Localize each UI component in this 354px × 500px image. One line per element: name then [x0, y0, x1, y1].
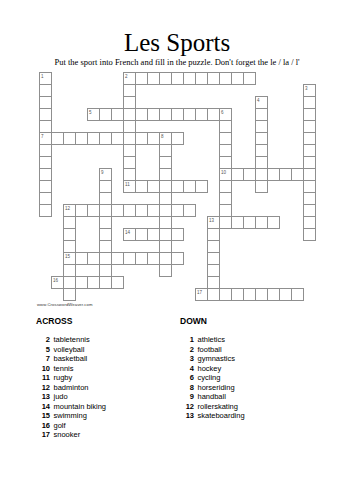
clue-item: 9handball [180, 392, 325, 402]
clue-item-text: skateboarding [198, 411, 245, 421]
clue-item-text: handball [198, 392, 226, 402]
clue-number: 9 [101, 170, 104, 175]
clue-item: 10tennis [36, 364, 171, 374]
clue-item: 5volleyball [36, 345, 171, 355]
clue-item-text: cycling [198, 373, 221, 383]
clue-item: 12rollerskating [180, 402, 325, 412]
clue-item-text: athletics [198, 335, 226, 345]
clue-item: 13judo [36, 392, 171, 402]
clue-number: 8 [161, 134, 164, 139]
crossword-cell[interactable] [171, 132, 184, 145]
crossword-cell[interactable] [303, 228, 316, 241]
clue-number: 6 [221, 110, 224, 115]
clue-item-number: 3 [180, 354, 194, 364]
clue-item-number: 8 [180, 383, 194, 393]
clue-item-text: gymnastics [198, 354, 236, 364]
clue-number: 13 [209, 218, 214, 223]
clue-item-number: 2 [36, 335, 50, 345]
clue-item-number: 12 [180, 402, 194, 412]
clue-item-text: snooker [54, 430, 81, 440]
crossword-cell[interactable] [171, 252, 184, 265]
crossword-cell[interactable] [39, 204, 52, 217]
clue-item: 4hockey [180, 364, 325, 374]
clue-item-text: basketball [54, 354, 88, 364]
clue-item-number: 15 [36, 411, 50, 421]
clue-item: 2tabletennis [36, 335, 171, 345]
across-heading: ACROSS [36, 316, 171, 326]
down-clues-section: DOWN 1athletics2football3gymnastics4hock… [180, 316, 325, 421]
clue-item-number: 2 [180, 345, 194, 355]
crossword-cell[interactable] [291, 288, 304, 301]
clue-item-text: golf [54, 421, 66, 431]
crossword-cell[interactable] [171, 228, 184, 241]
across-clues-section: ACROSS 2tabletennis5volleyball7basketbal… [36, 316, 171, 440]
clue-item-number: 7 [36, 354, 50, 364]
clue-item-number: 11 [36, 373, 50, 383]
clue-item-number: 13 [36, 392, 50, 402]
clue-number: 12 [65, 206, 70, 211]
clue-item-number: 12 [36, 383, 50, 393]
clue-number: 14 [125, 230, 130, 235]
clue-item: 3gymnastics [180, 354, 325, 364]
page-subtitle: Put the sport into French and fill in th… [0, 57, 354, 67]
clue-item-text: mountain biking [54, 402, 107, 412]
clue-item-text: football [198, 345, 222, 355]
clue-item-number: 10 [36, 364, 50, 374]
clue-item: 15swimming [36, 411, 171, 421]
clue-number: 17 [197, 290, 202, 295]
across-clue-list: 2tabletennis5volleyball7basketball10tenn… [36, 335, 171, 440]
clue-item-text: rollerskating [198, 402, 238, 412]
clue-number: 10 [221, 170, 226, 175]
clue-item-number: 13 [180, 411, 194, 421]
worksheet-page: Les Sports Put the sport into French and… [0, 0, 354, 500]
clue-item: 12badminton [36, 383, 171, 393]
clue-item-number: 9 [180, 392, 194, 402]
clue-item-number: 16 [36, 421, 50, 431]
clue-item-text: tabletennis [54, 335, 90, 345]
clue-number: 4 [257, 98, 260, 103]
clue-number: 5 [89, 110, 92, 115]
down-clue-list: 1athletics2football3gymnastics4hockey6cy… [180, 335, 325, 421]
crossword-cell[interactable] [111, 276, 124, 289]
clue-item: 17snooker [36, 430, 171, 440]
clue-item: 14mountain biking [36, 402, 171, 412]
clue-item-number: 4 [180, 364, 194, 374]
clue-number: 11 [125, 182, 130, 187]
clue-item-text: tennis [54, 364, 74, 374]
page-title: Les Sports [0, 29, 354, 57]
footer-url: www.CrosswordWeaver.com [37, 302, 93, 307]
crossword-cell[interactable] [159, 264, 172, 277]
clue-item: 13skateboarding [180, 411, 325, 421]
crossword-cell[interactable] [267, 216, 280, 229]
clue-number: 15 [65, 254, 70, 259]
clue-number: 3 [305, 86, 308, 91]
crossword-grid: 1234567891011121314151617 [39, 72, 316, 301]
clue-item: 1athletics [180, 335, 325, 345]
clue-item-number: 6 [180, 373, 194, 383]
clue-item: 2football [180, 345, 325, 355]
clue-item: 16golf [36, 421, 171, 431]
clue-item-text: horseriding [198, 383, 235, 393]
crossword-cell[interactable] [195, 180, 208, 193]
crossword-cell[interactable] [63, 288, 76, 301]
clue-item: 8horseriding [180, 383, 325, 393]
clue-item-text: rugby [54, 373, 73, 383]
clue-item: 11rugby [36, 373, 171, 383]
clue-item-text: badminton [54, 383, 89, 393]
clue-item: 6cycling [180, 373, 325, 383]
crossword-cell[interactable] [183, 204, 196, 217]
clue-number: 1 [41, 74, 44, 79]
clue-item-number: 1 [180, 335, 194, 345]
clue-item-text: hockey [198, 364, 222, 374]
crossword-cell[interactable] [243, 72, 256, 85]
crossword-cell[interactable] [255, 180, 268, 193]
clue-item-number: 14 [36, 402, 50, 412]
clue-item-text: volleyball [54, 345, 85, 355]
clue-number: 2 [125, 74, 128, 79]
clue-number: 16 [53, 278, 58, 283]
down-heading: DOWN [180, 316, 325, 326]
clue-item: 7basketball [36, 354, 171, 364]
clue-item-text: swimming [54, 411, 87, 421]
clue-item-text: judo [54, 392, 68, 402]
clue-number: 7 [41, 134, 44, 139]
clue-item-number: 5 [36, 345, 50, 355]
clue-item-number: 17 [36, 430, 50, 440]
